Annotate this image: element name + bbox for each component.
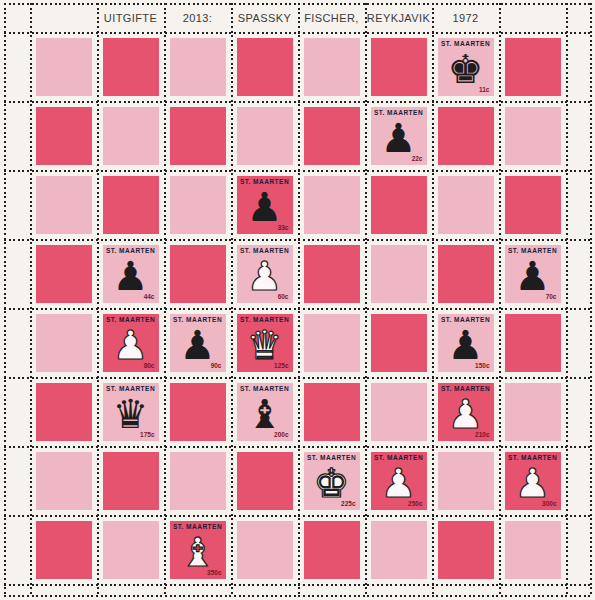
stamp-cell-d8 xyxy=(231,32,298,101)
stamp-cell-h5: ST. MAARTEN♟70c xyxy=(499,239,566,308)
stamp-cell-e5 xyxy=(298,239,365,308)
square-h4 xyxy=(505,314,561,372)
stamp-cell-h2: ST. MAARTEN♟300c xyxy=(499,446,566,515)
square-c4: ST. MAARTEN♟90c xyxy=(170,314,226,372)
square-c8 xyxy=(170,38,226,96)
square-c2 xyxy=(170,452,226,510)
stamp-cell-c3 xyxy=(164,377,231,446)
stamp-cell-a4 xyxy=(30,308,97,377)
stamp-cell-f7: ST. MAARTEN♟22c xyxy=(365,101,432,170)
stamp-value: 22c xyxy=(412,156,423,163)
perforation-line-horizontal xyxy=(4,101,590,103)
perforation-line-vertical xyxy=(432,3,434,595)
stamp-cell-c5 xyxy=(164,239,231,308)
stamp-cell-g4: ST. MAARTEN♟150c xyxy=(432,308,499,377)
square-e2: ST. MAARTEN♚225c xyxy=(304,452,360,510)
square-g1 xyxy=(438,521,494,579)
stamp-cell-b8 xyxy=(97,32,164,101)
square-a4 xyxy=(36,314,92,372)
stamp-cell-c7 xyxy=(164,101,231,170)
stamp-cell-a1 xyxy=(30,515,97,584)
header-cell-spassky: SPASSKY xyxy=(231,3,298,32)
square-c5 xyxy=(170,245,226,303)
square-e5 xyxy=(304,245,360,303)
stamp-cell-d3: ST. MAARTEN♝200c xyxy=(231,377,298,446)
stamp-value: 60c xyxy=(278,294,289,301)
perforation-line-vertical xyxy=(164,3,166,595)
square-b8 xyxy=(103,38,159,96)
stamp-cell-g6 xyxy=(432,170,499,239)
square-g5 xyxy=(438,245,494,303)
stamp-cell-b7 xyxy=(97,101,164,170)
stamp-value: 200c xyxy=(274,432,288,439)
square-g8: ST. MAARTEN♚11c xyxy=(438,38,494,96)
perforation-line-horizontal xyxy=(4,584,590,586)
stamp-cell-e2: ST. MAARTEN♚225c xyxy=(298,446,365,515)
stamp-cell-a2 xyxy=(30,446,97,515)
stamp-value: 150c xyxy=(475,363,489,370)
square-g3: ST. MAARTEN♟210c xyxy=(438,383,494,441)
stamp-cell-d1 xyxy=(231,515,298,584)
square-a7 xyxy=(36,107,92,165)
header-cell-year-1972: 1972 xyxy=(432,3,499,32)
stamp-cell-g2 xyxy=(432,446,499,515)
square-c7 xyxy=(170,107,226,165)
perforation-line-vertical xyxy=(298,3,300,595)
stamp-value: 33c xyxy=(278,225,289,232)
square-b2 xyxy=(103,452,159,510)
stamp-cell-b5: ST. MAARTEN♟44c xyxy=(97,239,164,308)
perforation-line-vertical xyxy=(365,3,367,595)
stamp-cell-c8 xyxy=(164,32,231,101)
header-cell-8 xyxy=(499,3,566,32)
stamp-cell-e7 xyxy=(298,101,365,170)
header-cell-uitgifte: UITGIFTE xyxy=(97,3,164,32)
stamp-value: 300c xyxy=(542,501,556,508)
square-a1 xyxy=(36,521,92,579)
square-h2: ST. MAARTEN♟300c xyxy=(505,452,561,510)
square-a6 xyxy=(36,176,92,234)
square-e8 xyxy=(304,38,360,96)
square-c6 xyxy=(170,176,226,234)
perforation-line-horizontal xyxy=(4,446,590,448)
square-b3: ST. MAARTEN♛175c xyxy=(103,383,159,441)
square-h6 xyxy=(505,176,561,234)
stamp-cell-c2 xyxy=(164,446,231,515)
square-f4 xyxy=(371,314,427,372)
stamp-cell-d5: ST. MAARTEN♟60c xyxy=(231,239,298,308)
header-cell-reykjavik: REYKJAVIK xyxy=(365,3,432,32)
perforation-line-horizontal xyxy=(4,377,590,379)
square-c3 xyxy=(170,383,226,441)
square-f8 xyxy=(371,38,427,96)
stamp-value: 90c xyxy=(211,363,222,370)
square-h1 xyxy=(505,521,561,579)
square-h8 xyxy=(505,38,561,96)
stamp-value: 80c xyxy=(144,363,155,370)
square-f3 xyxy=(371,383,427,441)
stamp-cell-d2 xyxy=(231,446,298,515)
square-d4: ST. MAARTEN♛125c xyxy=(237,314,293,372)
square-b5: ST. MAARTEN♟44c xyxy=(103,245,159,303)
square-f1 xyxy=(371,521,427,579)
stamp-cell-b4: ST. MAARTEN♟80c xyxy=(97,308,164,377)
stamp-cell-h4 xyxy=(499,308,566,377)
stamp-value: 70c xyxy=(546,294,557,301)
square-d5: ST. MAARTEN♟60c xyxy=(237,245,293,303)
stamp-cell-a8 xyxy=(30,32,97,101)
square-a2 xyxy=(36,452,92,510)
stamp-cell-a3 xyxy=(30,377,97,446)
stamp-value: 125c xyxy=(274,363,288,370)
stamp-value: 11c xyxy=(479,87,490,94)
square-d6: ST. MAARTEN♟33c xyxy=(237,176,293,234)
square-g2 xyxy=(438,452,494,510)
stamp-cell-e6 xyxy=(298,170,365,239)
stamp-cell-f6 xyxy=(365,170,432,239)
perforation-line-vertical xyxy=(4,3,6,595)
perforation-line-horizontal xyxy=(4,239,590,241)
stamp-cell-g7 xyxy=(432,101,499,170)
header-cell-year-2013: 2013: xyxy=(164,3,231,32)
stamp-sheet: UITGIFTE 2013: SPASSKY FISCHER, REYKJAVI… xyxy=(0,0,595,600)
stamp-cell-b6 xyxy=(97,170,164,239)
square-g7 xyxy=(438,107,494,165)
square-h3 xyxy=(505,383,561,441)
stamp-value: 225c xyxy=(341,501,355,508)
stamp-cell-a6 xyxy=(30,170,97,239)
square-h7 xyxy=(505,107,561,165)
stamp-cell-d6: ST. MAARTEN♟33c xyxy=(231,170,298,239)
stamp-cell-h1 xyxy=(499,515,566,584)
stamp-cell-f4 xyxy=(365,308,432,377)
stamp-cell-g1 xyxy=(432,515,499,584)
square-b4: ST. MAARTEN♟80c xyxy=(103,314,159,372)
stamp-cell-h8 xyxy=(499,32,566,101)
perforation-line-horizontal xyxy=(4,170,590,172)
stamp-cell-f2: ST. MAARTEN♟250c xyxy=(365,446,432,515)
stamp-cell-g3: ST. MAARTEN♟210c xyxy=(432,377,499,446)
stamp-cell-c4: ST. MAARTEN♟90c xyxy=(164,308,231,377)
square-g6 xyxy=(438,176,494,234)
stamp-cell-f3 xyxy=(365,377,432,446)
square-d8 xyxy=(237,38,293,96)
stamp-value: 210c xyxy=(475,432,489,439)
perforation-line-horizontal xyxy=(4,308,590,310)
square-h5: ST. MAARTEN♟70c xyxy=(505,245,561,303)
stamp-value: 44c xyxy=(144,294,155,301)
stamp-cell-b3: ST. MAARTEN♛175c xyxy=(97,377,164,446)
square-e1 xyxy=(304,521,360,579)
stamp-cell-f1 xyxy=(365,515,432,584)
stamp-cell-f5 xyxy=(365,239,432,308)
stamp-cell-h6 xyxy=(499,170,566,239)
stamp-cell-d7 xyxy=(231,101,298,170)
square-e7 xyxy=(304,107,360,165)
square-d7 xyxy=(237,107,293,165)
square-d1 xyxy=(237,521,293,579)
stamp-cell-e3 xyxy=(298,377,365,446)
perforation-line-vertical xyxy=(566,3,568,595)
perforation-line-horizontal xyxy=(4,515,590,517)
stamp-cell-h3 xyxy=(499,377,566,446)
stamp-value: 250c xyxy=(408,501,422,508)
perforation-line-horizontal xyxy=(4,32,590,34)
square-f7: ST. MAARTEN♟22c xyxy=(371,107,427,165)
perforation-line-vertical xyxy=(590,3,592,595)
stamp-cell-f8 xyxy=(365,32,432,101)
stamp-cell-b2 xyxy=(97,446,164,515)
header-cell-fischer: FISCHER, xyxy=(298,3,365,32)
stamp-cell-g8: ST. MAARTEN♚11c xyxy=(432,32,499,101)
square-f5 xyxy=(371,245,427,303)
stamp-cell-e4 xyxy=(298,308,365,377)
perforation-line-vertical xyxy=(30,3,32,595)
stamp-cell-d4: ST. MAARTEN♛125c xyxy=(231,308,298,377)
stamp-cell-c1: ST. MAARTEN♝350c xyxy=(164,515,231,584)
square-c1: ST. MAARTEN♝350c xyxy=(170,521,226,579)
perforation-line-horizontal xyxy=(4,3,590,5)
square-b6 xyxy=(103,176,159,234)
perforation-line-horizontal xyxy=(4,595,590,597)
perforation-line-vertical xyxy=(231,3,233,595)
perforation-line-vertical xyxy=(499,3,501,595)
stamp-cell-g5 xyxy=(432,239,499,308)
stamp-value: 175c xyxy=(140,432,154,439)
square-a5 xyxy=(36,245,92,303)
stamp-cell-e1 xyxy=(298,515,365,584)
square-f6 xyxy=(371,176,427,234)
square-a3 xyxy=(36,383,92,441)
square-e4 xyxy=(304,314,360,372)
stamp-cell-c6 xyxy=(164,170,231,239)
square-e3 xyxy=(304,383,360,441)
square-f2: ST. MAARTEN♟250c xyxy=(371,452,427,510)
square-a8 xyxy=(36,38,92,96)
perforation-line-vertical xyxy=(97,3,99,595)
stamp-cell-e8 xyxy=(298,32,365,101)
stamp-cell-a5 xyxy=(30,239,97,308)
stamp-cell-h7 xyxy=(499,101,566,170)
stamp-cell-b1 xyxy=(97,515,164,584)
square-d3: ST. MAARTEN♝200c xyxy=(237,383,293,441)
square-e6 xyxy=(304,176,360,234)
square-d2 xyxy=(237,452,293,510)
square-b7 xyxy=(103,107,159,165)
square-b1 xyxy=(103,521,159,579)
stamp-value: 350c xyxy=(207,570,221,577)
header-cell-1 xyxy=(30,3,97,32)
stamp-cell-a7 xyxy=(30,101,97,170)
square-g4: ST. MAARTEN♟150c xyxy=(438,314,494,372)
